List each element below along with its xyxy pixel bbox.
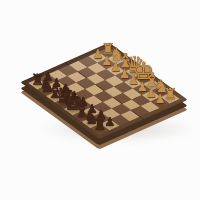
piece-black-rook: ♜ [93,118,106,133]
pieces-layer: ♜♞♝♛♚♝♞♜♟♟♟♟♟♟♟♟♟♟♟♟♟♟♟♟♜♞♝♛♚♝♞♜ [0,0,200,200]
piece-white-pawn: ♟ [155,94,166,106]
chess-set-photo: ♜♞♝♛♚♝♞♜♟♟♟♟♟♟♟♟♟♟♟♟♟♟♟♟♜♞♝♛♚♝♞♜ [0,0,200,200]
